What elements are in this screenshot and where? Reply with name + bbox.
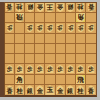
square-75[interactable] [25,44,35,54]
square-71[interactable]: 銀 [25,3,35,13]
gote-pawn-piece[interactable]: 歩 [56,24,63,32]
sente-pawn-piece[interactable]: 歩 [46,65,53,73]
sente-silver-piece[interactable]: 銀 [66,85,74,94]
square-41[interactable]: 金 [56,3,66,13]
sente-rook-piece[interactable]: 飛 [76,75,85,85]
square-83[interactable] [15,23,25,33]
square-34[interactable] [66,34,76,44]
square-63[interactable]: 歩 [35,23,45,33]
sente-pawn-piece[interactable]: 歩 [6,65,13,73]
square-92[interactable] [5,13,15,23]
square-69[interactable]: 金 [35,85,45,95]
square-98[interactable] [5,75,15,85]
square-28[interactable]: 飛 [76,75,86,85]
shogi-board: 香桂銀金王金銀桂香飛角歩歩歩歩歩歩歩歩歩歩歩歩歩歩歩歩歩角飛香桂銀金玉金銀桂香 [4,2,97,97]
sente-gold-piece[interactable]: 金 [56,85,64,94]
square-59[interactable]: 玉 [45,85,55,95]
gote-gold-piece[interactable]: 金 [36,3,44,12]
square-17[interactable]: 歩 [86,64,96,74]
square-36[interactable] [66,54,76,64]
square-66[interactable] [35,54,45,64]
gote-lance-piece[interactable]: 香 [5,3,13,12]
square-39[interactable]: 銀 [66,85,76,95]
gote-pawn-piece[interactable]: 歩 [36,24,43,32]
square-87[interactable]: 歩 [15,64,25,74]
square-97[interactable]: 歩 [5,64,15,74]
square-64[interactable] [35,34,45,44]
square-44[interactable] [56,34,66,44]
sente-bishop-piece[interactable]: 角 [15,75,24,85]
square-68[interactable] [35,75,45,85]
sente-pawn-piece[interactable]: 歩 [67,65,74,73]
sente-pawn-piece[interactable]: 歩 [26,65,33,73]
square-73[interactable]: 歩 [25,23,35,33]
square-19[interactable]: 香 [86,85,96,95]
sente-king-piece[interactable]: 玉 [45,85,54,95]
square-54[interactable] [45,34,55,44]
gote-pawn-piece[interactable]: 歩 [6,24,13,32]
gote-pawn-piece[interactable]: 歩 [67,24,74,32]
sente-lance-piece[interactable]: 香 [87,85,95,94]
square-21[interactable]: 桂 [76,3,86,13]
square-11[interactable]: 香 [86,3,96,13]
gote-bishop-piece[interactable]: 角 [76,13,85,23]
square-79[interactable]: 銀 [25,85,35,95]
sente-gold-piece[interactable]: 金 [36,85,44,94]
square-46[interactable] [56,54,66,64]
square-25[interactable] [76,44,86,54]
square-56[interactable] [45,54,55,64]
square-91[interactable]: 香 [5,3,15,13]
square-14[interactable] [86,34,96,44]
gote-lance-piece[interactable]: 香 [87,3,95,12]
gote-pawn-piece[interactable]: 歩 [87,24,94,32]
square-35[interactable] [66,44,76,54]
square-76[interactable] [25,54,35,64]
square-58[interactable] [45,75,55,85]
gote-knight-piece[interactable]: 桂 [15,3,23,12]
sente-knight-piece[interactable]: 桂 [76,85,84,94]
square-81[interactable]: 桂 [15,3,25,13]
square-13[interactable]: 歩 [86,23,96,33]
sente-silver-piece[interactable]: 銀 [26,85,34,94]
square-49[interactable]: 金 [56,85,66,95]
square-85[interactable] [15,44,25,54]
gote-pawn-piece[interactable]: 歩 [77,24,84,32]
square-94[interactable] [5,34,15,44]
sente-pawn-piece[interactable]: 歩 [36,65,43,73]
square-95[interactable] [5,44,15,54]
square-86[interactable] [15,54,25,64]
square-89[interactable]: 桂 [15,85,25,95]
square-43[interactable]: 歩 [56,23,66,33]
square-33[interactable]: 歩 [66,23,76,33]
gote-king-piece[interactable]: 王 [45,3,54,13]
square-96[interactable] [5,54,15,64]
square-27[interactable]: 歩 [76,64,86,74]
square-42[interactable] [56,13,66,23]
shogi-app-screen: 香桂銀金王金銀桂香飛角歩歩歩歩歩歩歩歩歩歩歩歩歩歩歩歩歩角飛香桂銀金玉金銀桂香 [0,0,100,100]
square-23[interactable]: 歩 [76,23,86,33]
gote-silver-piece[interactable]: 銀 [26,3,34,12]
square-62[interactable] [35,13,45,23]
gote-gold-piece[interactable]: 金 [56,3,64,12]
square-22[interactable]: 角 [76,13,86,23]
square-26[interactable] [76,54,86,64]
square-57[interactable]: 歩 [45,64,55,74]
gote-silver-piece[interactable]: 銀 [66,3,74,12]
square-29[interactable]: 桂 [76,85,86,95]
square-16[interactable] [86,54,96,64]
square-15[interactable] [86,44,96,54]
square-74[interactable] [25,34,35,44]
square-84[interactable] [15,34,25,44]
square-52[interactable] [45,13,55,23]
sente-lance-piece[interactable]: 香 [5,85,13,94]
square-38[interactable] [66,75,76,85]
square-24[interactable] [76,34,86,44]
square-32[interactable] [66,13,76,23]
square-51[interactable]: 王 [45,3,55,13]
square-55[interactable] [45,44,55,54]
gote-rook-piece[interactable]: 飛 [15,13,24,23]
square-99[interactable]: 香 [5,85,15,95]
square-37[interactable]: 歩 [66,64,76,74]
square-82[interactable]: 飛 [15,13,25,23]
sente-pawn-piece[interactable]: 歩 [16,65,23,73]
square-18[interactable] [86,75,96,85]
square-12[interactable] [86,13,96,23]
gote-pawn-piece[interactable]: 歩 [46,24,53,32]
square-67[interactable]: 歩 [35,64,45,74]
gote-pawn-piece[interactable]: 歩 [26,24,33,32]
square-77[interactable]: 歩 [25,64,35,74]
square-78[interactable] [25,75,35,85]
square-93[interactable]: 歩 [5,23,15,33]
sente-pawn-piece[interactable]: 歩 [87,65,94,73]
square-72[interactable] [25,13,35,23]
sente-knight-piece[interactable]: 桂 [15,85,23,94]
square-47[interactable]: 歩 [56,64,66,74]
sente-pawn-piece[interactable]: 歩 [77,65,84,73]
square-53[interactable]: 歩 [45,23,55,33]
square-61[interactable]: 金 [35,3,45,13]
gote-knight-piece[interactable]: 桂 [76,3,84,12]
square-65[interactable] [35,44,45,54]
square-31[interactable]: 銀 [66,3,76,13]
square-88[interactable]: 角 [15,75,25,85]
square-45[interactable] [56,44,66,54]
sente-pawn-piece[interactable]: 歩 [56,65,63,73]
square-48[interactable] [56,75,66,85]
